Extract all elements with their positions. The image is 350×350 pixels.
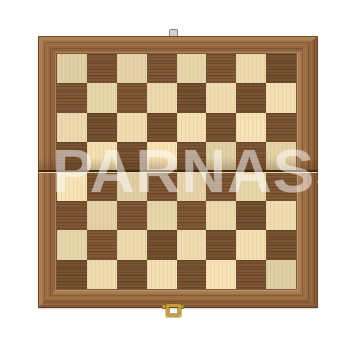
square-h2 — [266, 230, 296, 259]
square-g4 — [236, 172, 266, 201]
square-c1 — [117, 260, 147, 289]
square-e5 — [177, 142, 207, 171]
square-d3 — [147, 201, 177, 230]
square-b7 — [87, 83, 117, 112]
square-e8 — [177, 54, 207, 83]
square-e2 — [177, 230, 207, 259]
square-a4 — [57, 172, 87, 201]
square-c4 — [117, 172, 147, 201]
square-b6 — [87, 113, 117, 142]
square-b4 — [87, 172, 117, 201]
square-h8 — [266, 54, 296, 83]
square-g6 — [236, 113, 266, 142]
square-a8 — [57, 54, 87, 83]
square-f8 — [206, 54, 236, 83]
square-a5 — [57, 142, 87, 171]
square-f7 — [206, 83, 236, 112]
clasp-loop — [166, 304, 181, 317]
square-g8 — [236, 54, 266, 83]
square-f1 — [206, 260, 236, 289]
square-e6 — [177, 113, 207, 142]
hinge-pin — [169, 29, 178, 36]
frame-left-rail — [38, 36, 57, 308]
square-g5 — [236, 142, 266, 171]
square-h5 — [266, 142, 296, 171]
square-b5 — [87, 142, 117, 171]
square-f3 — [206, 201, 236, 230]
square-f4 — [206, 172, 236, 201]
square-d6 — [147, 113, 177, 142]
square-f2 — [206, 230, 236, 259]
frame-top-rail — [38, 36, 318, 54]
square-h3 — [266, 201, 296, 230]
square-b2 — [87, 230, 117, 259]
square-c7 — [117, 83, 147, 112]
square-a2 — [57, 230, 87, 259]
square-b8 — [87, 54, 117, 83]
square-g7 — [236, 83, 266, 112]
square-g1 — [236, 260, 266, 289]
square-e1 — [177, 260, 207, 289]
square-a6 — [57, 113, 87, 142]
square-d2 — [147, 230, 177, 259]
square-h7 — [266, 83, 296, 112]
square-e4 — [177, 172, 207, 201]
square-d1 — [147, 260, 177, 289]
clasp-latch — [160, 303, 186, 319]
square-h4 — [266, 172, 296, 201]
square-e7 — [177, 83, 207, 112]
chess-box — [38, 36, 318, 308]
square-a3 — [57, 201, 87, 230]
square-c8 — [117, 54, 147, 83]
square-d8 — [147, 54, 177, 83]
square-a7 — [57, 83, 87, 112]
square-c2 — [117, 230, 147, 259]
square-g2 — [236, 230, 266, 259]
square-f6 — [206, 113, 236, 142]
square-d5 — [147, 142, 177, 171]
product-photo-canvas: PARNASS — [0, 0, 350, 350]
square-c6 — [117, 113, 147, 142]
square-b3 — [87, 201, 117, 230]
square-g3 — [236, 201, 266, 230]
square-d4 — [147, 172, 177, 201]
square-e3 — [177, 201, 207, 230]
square-c5 — [117, 142, 147, 171]
square-h1 — [266, 260, 296, 289]
chess-board — [57, 54, 296, 289]
frame-right-rail — [296, 36, 318, 308]
square-b1 — [87, 260, 117, 289]
square-d7 — [147, 83, 177, 112]
square-a1 — [57, 260, 87, 289]
square-c3 — [117, 201, 147, 230]
square-f5 — [206, 142, 236, 171]
square-h6 — [266, 113, 296, 142]
